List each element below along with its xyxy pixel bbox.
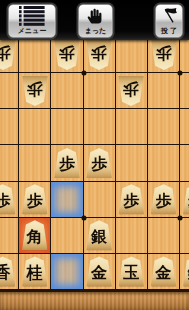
square-69[interactable]: 金 xyxy=(84,254,116,290)
star-point xyxy=(178,71,183,76)
piece-kanji: 歩 xyxy=(59,156,75,172)
piece-pawn[interactable]: 歩 xyxy=(150,184,177,214)
piece-kanji: 歩 xyxy=(91,45,107,61)
piece-kanji: 歩 xyxy=(27,81,43,97)
square-38[interactable] xyxy=(180,218,189,254)
piece-kanji: 歩 xyxy=(123,81,139,97)
piece-pawn[interactable]: 歩 xyxy=(118,184,145,214)
piece-pawn-gote[interactable]: 歩 xyxy=(118,76,145,106)
square-49[interactable]: 金 xyxy=(148,254,180,290)
shogi-app-screen: 歩歩歩歩歩歩歩歩歩歩歩歩歩角銀香桂金玉金銀 メニュー まった xyxy=(0,0,189,310)
piece-kanji: 桂 xyxy=(27,265,43,281)
piece-kanji: 歩 xyxy=(27,193,43,209)
piece-bishop[interactable]: 角 xyxy=(21,220,48,250)
square-45[interactable] xyxy=(148,109,180,145)
square-47[interactable]: 歩 xyxy=(148,182,180,218)
piece-kanji: 歩 xyxy=(0,193,11,209)
piece-kanji: 歩 xyxy=(188,193,189,209)
toolbar: メニュー まった 投 了 xyxy=(0,0,189,40)
square-99[interactable]: 香 xyxy=(0,254,19,290)
piece-kanji: 銀 xyxy=(188,265,189,281)
piece-kanji: 歩 xyxy=(156,193,172,209)
shogi-board: 歩歩歩歩歩歩歩歩歩歩歩歩歩角銀香桂金玉金銀 xyxy=(0,37,189,290)
hand-icon xyxy=(86,6,106,26)
square-35[interactable] xyxy=(180,109,189,145)
piece-knight[interactable]: 桂 xyxy=(21,256,48,286)
square-89[interactable]: 桂 xyxy=(19,254,51,290)
piece-kanji: 香 xyxy=(0,265,11,281)
piece-pawn[interactable]: 歩 xyxy=(0,184,16,214)
piece-gold[interactable]: 金 xyxy=(86,256,113,286)
square-95[interactable] xyxy=(0,109,19,145)
square-68[interactable]: 銀 xyxy=(84,218,116,254)
star-point xyxy=(81,71,86,76)
star-point xyxy=(178,215,183,220)
matta-undo-button[interactable]: まった xyxy=(78,4,113,38)
square-59[interactable]: 玉 xyxy=(116,254,148,290)
square-63[interactable]: 歩 xyxy=(84,37,116,73)
piece-kanji: 歩 xyxy=(156,45,172,61)
square-76[interactable]: 歩 xyxy=(51,145,83,181)
piece-lance[interactable]: 香 xyxy=(0,256,16,286)
piece-pawn[interactable]: 歩 xyxy=(182,184,189,214)
square-79[interactable] xyxy=(51,254,83,290)
square-78[interactable] xyxy=(51,218,83,254)
square-87[interactable]: 歩 xyxy=(19,182,51,218)
menu-list-icon xyxy=(19,6,45,26)
square-98[interactable] xyxy=(0,218,19,254)
piece-pawn-gote[interactable]: 歩 xyxy=(86,40,113,70)
piece-king[interactable]: 玉 xyxy=(118,256,145,286)
piece-pawn-gote[interactable]: 歩 xyxy=(0,40,16,70)
piece-pawn-gote[interactable]: 歩 xyxy=(150,40,177,70)
piece-kanji: 歩 xyxy=(0,45,11,61)
piece-silver[interactable]: 銀 xyxy=(182,256,189,286)
piece-kanji: 角 xyxy=(27,229,43,245)
square-43[interactable]: 歩 xyxy=(148,37,180,73)
square-86[interactable] xyxy=(19,145,51,181)
matta-button-label: まった xyxy=(85,27,107,35)
square-64[interactable] xyxy=(84,73,116,109)
square-85[interactable] xyxy=(19,109,51,145)
square-36[interactable] xyxy=(180,145,189,181)
square-67[interactable] xyxy=(84,182,116,218)
square-37[interactable]: 歩 xyxy=(180,182,189,218)
square-97[interactable]: 歩 xyxy=(0,182,19,218)
square-39[interactable]: 銀 xyxy=(180,254,189,290)
resign-button-label: 投 了 xyxy=(161,27,177,35)
menu-button[interactable]: メニュー xyxy=(8,4,56,38)
piece-pawn[interactable]: 歩 xyxy=(86,148,113,178)
menu-button-label: メニュー xyxy=(18,27,47,35)
square-65[interactable] xyxy=(84,109,116,145)
piece-kanji: 金 xyxy=(156,265,172,281)
piece-kanji: 玉 xyxy=(123,265,139,281)
piece-silver[interactable]: 銀 xyxy=(86,220,113,250)
square-94[interactable] xyxy=(0,73,19,109)
square-74[interactable] xyxy=(51,73,83,109)
square-58[interactable] xyxy=(116,218,148,254)
square-93[interactable]: 歩 xyxy=(0,37,19,73)
square-57[interactable]: 歩 xyxy=(116,182,148,218)
square-66[interactable]: 歩 xyxy=(84,145,116,181)
square-73[interactable]: 歩 xyxy=(51,37,83,73)
piece-pawn[interactable]: 歩 xyxy=(21,184,48,214)
piece-gold[interactable]: 金 xyxy=(150,256,177,286)
resign-button[interactable]: 投 了 xyxy=(155,4,183,38)
piece-kanji: 歩 xyxy=(91,156,107,172)
square-44[interactable] xyxy=(148,73,180,109)
star-point xyxy=(81,215,86,220)
piece-pawn-gote[interactable]: 歩 xyxy=(53,40,80,70)
square-33[interactable] xyxy=(180,37,189,73)
flag-icon xyxy=(160,6,179,26)
square-46[interactable] xyxy=(148,145,180,181)
square-83[interactable] xyxy=(19,37,51,73)
piece-kanji: 銀 xyxy=(91,229,107,245)
square-54[interactable]: 歩 xyxy=(116,73,148,109)
board-bottom-edge xyxy=(0,290,189,310)
piece-kanji: 歩 xyxy=(59,45,75,61)
square-53[interactable] xyxy=(116,37,148,73)
square-75[interactable] xyxy=(51,109,83,145)
piece-kanji: 金 xyxy=(91,265,107,281)
square-48[interactable] xyxy=(148,218,180,254)
piece-kanji: 歩 xyxy=(123,193,139,209)
square-84[interactable]: 歩 xyxy=(19,73,51,109)
piece-pawn-gote[interactable]: 歩 xyxy=(21,76,48,106)
square-88[interactable]: 角 xyxy=(19,218,51,254)
square-34[interactable] xyxy=(180,73,189,109)
piece-pawn[interactable]: 歩 xyxy=(53,148,80,178)
square-96[interactable] xyxy=(0,145,19,181)
square-77[interactable] xyxy=(51,182,83,218)
square-55[interactable] xyxy=(116,109,148,145)
square-56[interactable] xyxy=(116,145,148,181)
